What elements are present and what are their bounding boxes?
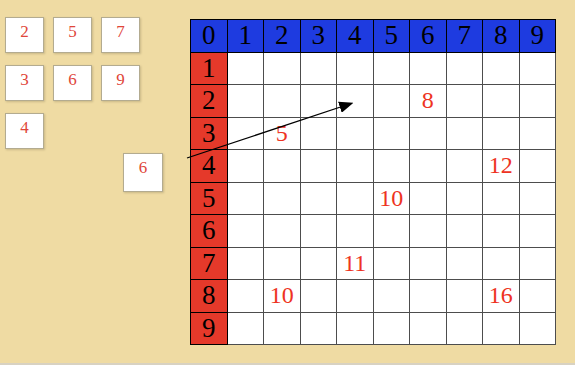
row-header-9: 9 bbox=[191, 313, 228, 346]
sum-cell-r1c1[interactable] bbox=[228, 53, 265, 86]
number-card-5-1[interactable]: 5 bbox=[53, 17, 92, 53]
sum-cell-r3c3[interactable] bbox=[301, 118, 338, 151]
sum-cell-r1c2[interactable] bbox=[264, 53, 301, 86]
sum-cell-r7c7[interactable] bbox=[447, 248, 484, 281]
sum-cell-r5c6[interactable] bbox=[410, 183, 447, 216]
sum-cell-r9c8[interactable] bbox=[483, 313, 520, 346]
sum-cell-r3c7[interactable] bbox=[447, 118, 484, 151]
sum-cell-r1c5[interactable] bbox=[374, 53, 411, 86]
sum-cell-r1c8[interactable] bbox=[483, 53, 520, 86]
card-value: 6 bbox=[68, 70, 77, 90]
sum-cell-r4c6[interactable] bbox=[410, 150, 447, 183]
sum-cell-r2c9[interactable] bbox=[520, 85, 557, 118]
col-header-9: 9 bbox=[520, 20, 557, 53]
sum-cell-r7c9[interactable] bbox=[520, 248, 557, 281]
col-header-5: 5 bbox=[374, 20, 411, 53]
card-value: 3 bbox=[20, 70, 29, 90]
number-card-6-7[interactable]: 6 bbox=[123, 153, 163, 192]
sum-cell-r6c8[interactable] bbox=[483, 215, 520, 248]
number-card-7-2[interactable]: 7 bbox=[101, 17, 140, 53]
sum-cell-r9c5[interactable] bbox=[374, 313, 411, 346]
sum-cell-r4c5[interactable] bbox=[374, 150, 411, 183]
sum-cell-r3c2[interactable]: 5 bbox=[264, 118, 301, 151]
sum-cell-r5c5[interactable]: 10 bbox=[374, 183, 411, 216]
worksheet: 25736946 0123456789128354125106711810169 bbox=[0, 0, 575, 365]
col-header-6: 6 bbox=[410, 20, 447, 53]
sum-cell-r6c5[interactable] bbox=[374, 215, 411, 248]
sum-cell-r8c8[interactable]: 16 bbox=[483, 280, 520, 313]
card-value: 7 bbox=[116, 22, 125, 42]
row-header-4: 4 bbox=[191, 150, 228, 183]
sum-cell-r7c2[interactable] bbox=[264, 248, 301, 281]
sum-cell-r5c8[interactable] bbox=[483, 183, 520, 216]
col-header-8: 8 bbox=[483, 20, 520, 53]
sum-cell-r9c4[interactable] bbox=[337, 313, 374, 346]
sum-cell-r4c2[interactable] bbox=[264, 150, 301, 183]
sum-cell-r4c4[interactable] bbox=[337, 150, 374, 183]
sum-cell-r4c9[interactable] bbox=[520, 150, 557, 183]
number-card-6-4[interactable]: 6 bbox=[53, 65, 92, 101]
sum-cell-r3c4[interactable] bbox=[337, 118, 374, 151]
sum-cell-r2c2[interactable] bbox=[264, 85, 301, 118]
sum-cell-r1c3[interactable] bbox=[301, 53, 338, 86]
sum-cell-r6c3[interactable] bbox=[301, 215, 338, 248]
sum-cell-r4c1[interactable] bbox=[228, 150, 265, 183]
sum-cell-r4c8[interactable]: 12 bbox=[483, 150, 520, 183]
card-value: 6 bbox=[139, 158, 148, 178]
number-card-3-3[interactable]: 3 bbox=[5, 65, 44, 101]
sum-cell-r1c9[interactable] bbox=[520, 53, 557, 86]
row-header-3: 3 bbox=[191, 118, 228, 151]
addition-table-grid: 0123456789128354125106711810169 bbox=[190, 19, 556, 345]
sum-cell-r4c3[interactable] bbox=[301, 150, 338, 183]
sum-cell-r8c6[interactable] bbox=[410, 280, 447, 313]
sum-cell-r9c7[interactable] bbox=[447, 313, 484, 346]
sum-cell-r5c9[interactable] bbox=[520, 183, 557, 216]
sum-cell-r8c5[interactable] bbox=[374, 280, 411, 313]
sum-cell-r9c3[interactable] bbox=[301, 313, 338, 346]
card-value: 2 bbox=[20, 22, 29, 42]
sum-cell-r6c9[interactable] bbox=[520, 215, 557, 248]
sum-cell-r1c7[interactable] bbox=[447, 53, 484, 86]
sum-cell-r3c9[interactable] bbox=[520, 118, 557, 151]
sum-cell-r7c5[interactable] bbox=[374, 248, 411, 281]
col-header-0: 0 bbox=[191, 20, 228, 53]
sum-cell-r6c4[interactable] bbox=[337, 215, 374, 248]
sum-cell-r2c6[interactable]: 8 bbox=[410, 85, 447, 118]
sum-cell-r1c4[interactable] bbox=[337, 53, 374, 86]
sum-cell-r5c4[interactable] bbox=[337, 183, 374, 216]
sum-cell-r6c1[interactable] bbox=[228, 215, 265, 248]
sum-cell-r8c3[interactable] bbox=[301, 280, 338, 313]
sum-cell-r8c7[interactable] bbox=[447, 280, 484, 313]
sum-cell-r2c5[interactable] bbox=[374, 85, 411, 118]
row-header-5: 5 bbox=[191, 183, 228, 216]
sum-cell-r7c6[interactable] bbox=[410, 248, 447, 281]
sum-cell-r3c6[interactable] bbox=[410, 118, 447, 151]
col-header-2: 2 bbox=[264, 20, 301, 53]
sum-cell-r9c9[interactable] bbox=[520, 313, 557, 346]
card-value: 4 bbox=[20, 118, 29, 138]
sum-cell-r8c1[interactable] bbox=[228, 280, 265, 313]
sum-cell-r7c1[interactable] bbox=[228, 248, 265, 281]
sum-cell-r8c4[interactable] bbox=[337, 280, 374, 313]
number-card-2-0[interactable]: 2 bbox=[5, 17, 44, 53]
sum-cell-r3c8[interactable] bbox=[483, 118, 520, 151]
sum-cell-r6c7[interactable] bbox=[447, 215, 484, 248]
row-header-6: 6 bbox=[191, 215, 228, 248]
number-card-4-6[interactable]: 4 bbox=[5, 113, 44, 149]
row-header-7: 7 bbox=[191, 248, 228, 281]
card-value: 5 bbox=[68, 22, 77, 42]
sum-cell-r8c9[interactable] bbox=[520, 280, 557, 313]
col-header-1: 1 bbox=[228, 20, 265, 53]
sum-cell-r7c4[interactable]: 11 bbox=[337, 248, 374, 281]
sum-cell-r6c2[interactable] bbox=[264, 215, 301, 248]
sum-cell-r9c2[interactable] bbox=[264, 313, 301, 346]
sum-cell-r2c4[interactable] bbox=[337, 85, 374, 118]
col-header-3: 3 bbox=[301, 20, 338, 53]
sum-cell-r3c5[interactable] bbox=[374, 118, 411, 151]
sum-cell-r9c6[interactable] bbox=[410, 313, 447, 346]
sum-cell-r7c3[interactable] bbox=[301, 248, 338, 281]
sum-cell-r6c6[interactable] bbox=[410, 215, 447, 248]
sum-cell-r5c3[interactable] bbox=[301, 183, 338, 216]
row-header-1: 1 bbox=[191, 53, 228, 86]
card-value: 9 bbox=[116, 70, 125, 90]
sum-cell-r9c1[interactable] bbox=[228, 313, 265, 346]
col-header-7: 7 bbox=[447, 20, 484, 53]
number-card-9-5[interactable]: 9 bbox=[101, 65, 140, 101]
sum-cell-r5c7[interactable] bbox=[447, 183, 484, 216]
sum-cell-r2c8[interactable] bbox=[483, 85, 520, 118]
sum-cell-r2c7[interactable] bbox=[447, 85, 484, 118]
sum-cell-r2c3[interactable] bbox=[301, 85, 338, 118]
col-header-4: 4 bbox=[337, 20, 374, 53]
sum-cell-r3c1[interactable] bbox=[228, 118, 265, 151]
sum-cell-r5c1[interactable] bbox=[228, 183, 265, 216]
sum-cell-r5c2[interactable] bbox=[264, 183, 301, 216]
sum-cell-r4c7[interactable] bbox=[447, 150, 484, 183]
sum-cell-r7c8[interactable] bbox=[483, 248, 520, 281]
sum-cell-r8c2[interactable]: 10 bbox=[264, 280, 301, 313]
row-header-8: 8 bbox=[191, 280, 228, 313]
sum-cell-r2c1[interactable] bbox=[228, 85, 265, 118]
sum-cell-r1c6[interactable] bbox=[410, 53, 447, 86]
row-header-2: 2 bbox=[191, 85, 228, 118]
